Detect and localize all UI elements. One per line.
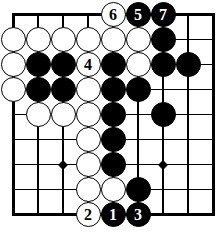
board-cell [26, 152, 51, 177]
board-cell [101, 52, 126, 77]
white-stone [101, 27, 126, 52]
board-cell [101, 102, 126, 127]
board-cell [26, 202, 51, 227]
board-cell [1, 77, 26, 102]
board-cell [26, 52, 51, 77]
board-cell [76, 127, 101, 152]
black-stone [126, 177, 151, 202]
white-stone [1, 52, 26, 77]
board-cell [26, 177, 51, 202]
board-cell [26, 77, 51, 102]
white-stone [26, 102, 51, 127]
board-cell [201, 152, 221, 177]
board-cell [26, 102, 51, 127]
white-stone [76, 152, 101, 177]
white-stone [126, 52, 151, 77]
black-stone [101, 152, 126, 177]
board-cell [176, 102, 201, 127]
stone-move-number: 3 [134, 207, 142, 223]
black-stone: 7 [151, 2, 176, 27]
board-cell [26, 127, 51, 152]
board-cell [126, 127, 151, 152]
board-cell [151, 77, 176, 102]
board-cell [101, 127, 126, 152]
black-stone [101, 52, 126, 77]
board-cell [26, 2, 51, 27]
board-cell [51, 127, 76, 152]
board-cell [151, 177, 176, 202]
stone-move-number: 1 [109, 207, 117, 223]
board-cell [201, 2, 221, 27]
black-stone [101, 127, 126, 152]
go-board: 6574213 [0, 0, 220, 232]
board-cell [101, 152, 126, 177]
board-cell [51, 102, 76, 127]
board-cell [176, 177, 201, 202]
board-cell [126, 102, 151, 127]
black-stone [176, 52, 201, 77]
white-stone [1, 27, 26, 52]
board-cell [1, 2, 26, 27]
black-stone [151, 52, 176, 77]
board-cell [201, 27, 221, 52]
white-stone [76, 102, 101, 127]
black-stone [51, 77, 76, 102]
board-cell [126, 177, 151, 202]
board-cell [1, 52, 26, 77]
white-stone [76, 77, 101, 102]
board-cell: 7 [151, 2, 176, 27]
board-cell [1, 127, 26, 152]
board-cell: 2 [76, 202, 101, 227]
white-stone [26, 27, 51, 52]
board-cell [201, 77, 221, 102]
board-cell [176, 127, 201, 152]
board-cell [176, 152, 201, 177]
black-stone: 5 [126, 2, 151, 27]
board-cell [126, 77, 151, 102]
board-cell [51, 177, 76, 202]
black-stone [26, 52, 51, 77]
black-stone: 3 [126, 202, 151, 227]
white-stone [51, 27, 76, 52]
board-cell: 5 [126, 2, 151, 27]
board-cell: 6 [101, 2, 126, 27]
black-stone [151, 27, 176, 52]
board-cell [51, 2, 76, 27]
board-cell [1, 202, 26, 227]
board-cell [101, 77, 126, 102]
board-cell [76, 2, 101, 27]
board-cell [176, 202, 201, 227]
stone-move-number: 2 [84, 207, 92, 223]
board-cell [1, 152, 26, 177]
white-stone: 6 [101, 2, 126, 27]
board-cell [151, 52, 176, 77]
stone-move-number: 4 [84, 57, 92, 73]
board-cell [176, 2, 201, 27]
board-cell [151, 202, 176, 227]
board-cell [1, 27, 26, 52]
board-cell [76, 102, 101, 127]
white-stone [101, 177, 126, 202]
board-cell [151, 27, 176, 52]
white-stone [76, 177, 101, 202]
board-cell [151, 127, 176, 152]
black-stone: 1 [101, 202, 126, 227]
board-cell [201, 202, 221, 227]
board-cell [201, 102, 221, 127]
board-cell [101, 177, 126, 202]
board-cell: 1 [101, 202, 126, 227]
board-cell [1, 177, 26, 202]
board-cell [51, 27, 76, 52]
black-stone [51, 52, 76, 77]
board-cell [51, 52, 76, 77]
white-stone [126, 27, 151, 52]
board-cell [151, 152, 176, 177]
black-stone [101, 102, 126, 127]
board-cell [176, 52, 201, 77]
white-stone [1, 77, 26, 102]
board-cell [201, 127, 221, 152]
board-cells: 6574213 [1, 2, 221, 227]
board-cell: 4 [76, 52, 101, 77]
black-stone [101, 77, 126, 102]
board-cell [126, 52, 151, 77]
stone-move-number: 6 [109, 7, 117, 23]
board-cell [76, 27, 101, 52]
board-cell [176, 27, 201, 52]
board-cell [126, 152, 151, 177]
white-stone [51, 102, 76, 127]
black-stone [151, 102, 176, 127]
white-stone [76, 27, 101, 52]
white-stone [76, 127, 101, 152]
board-cell [76, 77, 101, 102]
black-stone [126, 77, 151, 102]
board-cell [151, 102, 176, 127]
board-cell: 3 [126, 202, 151, 227]
board-cell [201, 177, 221, 202]
stone-move-number: 5 [134, 7, 142, 23]
board-cell [26, 27, 51, 52]
white-stone: 2 [76, 202, 101, 227]
black-stone [26, 77, 51, 102]
stone-move-number: 7 [159, 7, 167, 23]
board-cell [76, 152, 101, 177]
board-cell [1, 102, 26, 127]
board-cell [176, 77, 201, 102]
board-cell [126, 27, 151, 52]
board-cell [201, 52, 221, 77]
board-cell [76, 177, 101, 202]
board-cell [51, 77, 76, 102]
white-stone: 4 [76, 52, 101, 77]
board-cell [51, 202, 76, 227]
board-cell [101, 27, 126, 52]
board-cell [51, 152, 76, 177]
go-diagram: 6574213 [0, 0, 220, 232]
